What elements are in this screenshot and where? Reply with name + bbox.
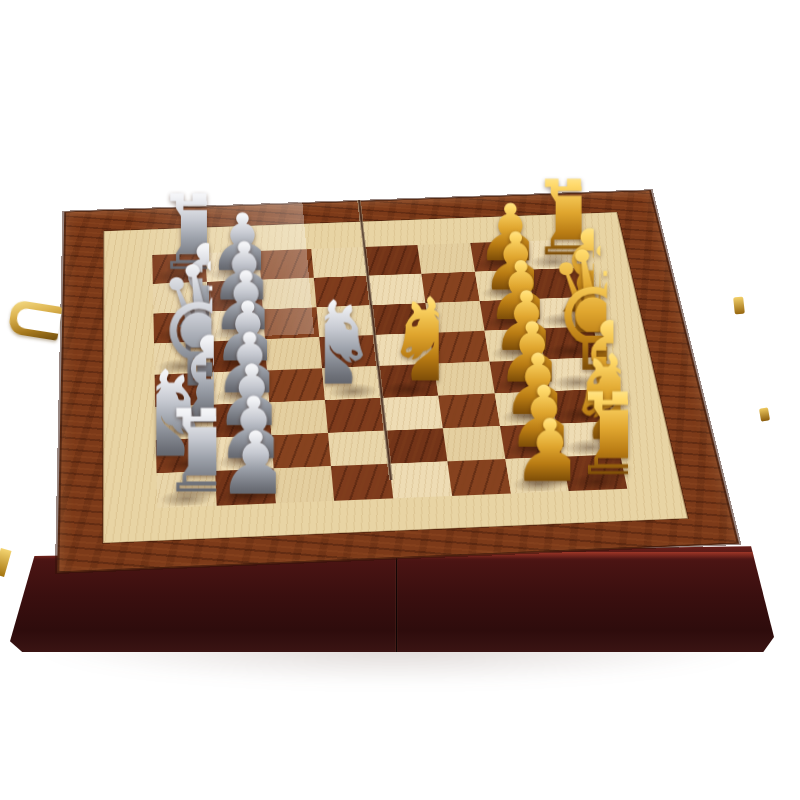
square-h1[interactable]: ♜ — [157, 471, 217, 508]
square-a6[interactable] — [417, 243, 474, 274]
square-f5[interactable] — [382, 396, 443, 431]
square-e4[interactable]: ♞ — [322, 366, 381, 400]
silver-rook-h1[interactable]: ♜ — [157, 395, 216, 510]
board-border: ♜♟♟♜♟♟♝♟♟♝♛♟♟♛♚♟♞♞♟♚♝♟♟♝♞♟♟♞♜♟♟♜ — [57, 190, 739, 572]
gold-knight-e5[interactable]: ♞ — [382, 283, 439, 399]
silver-knight-e4[interactable]: ♞ — [325, 285, 382, 401]
square-f4[interactable] — [325, 398, 385, 433]
square-g4[interactable] — [328, 430, 389, 466]
board-3d-scene: ♜♟♟♜♟♟♝♟♟♝♛♟♟♛♚♟♞♞♟♚♝♟♟♝♞♟♟♞♜♟♟♜ — [0, 0, 800, 800]
square-a5[interactable] — [364, 245, 421, 276]
square-a4[interactable] — [311, 247, 367, 278]
square-h6[interactable] — [447, 459, 510, 496]
board-inlay-strip: ♜♟♟♜♟♟♝♟♟♝♛♟♟♛♚♟♞♞♟♚♝♟♟♝♞♟♟♞♜♟♟♜ — [103, 212, 688, 543]
square-h7[interactable]: ♟ — [505, 457, 569, 494]
right-hinge-upper — [733, 297, 745, 315]
square-h4[interactable] — [331, 464, 393, 501]
chess-board: ♜♟♟♜♟♟♝♟♟♝♛♟♟♛♚♟♞♞♟♚♝♟♟♝♞♟♟♞♜♟♟♜ — [57, 190, 739, 572]
square-e5[interactable]: ♞ — [378, 364, 438, 398]
square-g6[interactable] — [442, 426, 504, 462]
square-g5[interactable] — [385, 428, 447, 464]
product-photo-scene: ♜♟♟♜♟♟♝♟♟♝♛♟♟♛♚♟♞♞♟♚♝♟♟♝♞♟♟♞♜♟♟♜ — [0, 0, 800, 800]
square-h5[interactable] — [389, 462, 452, 499]
gold-pawn-h7[interactable]: ♟ — [511, 408, 570, 494]
